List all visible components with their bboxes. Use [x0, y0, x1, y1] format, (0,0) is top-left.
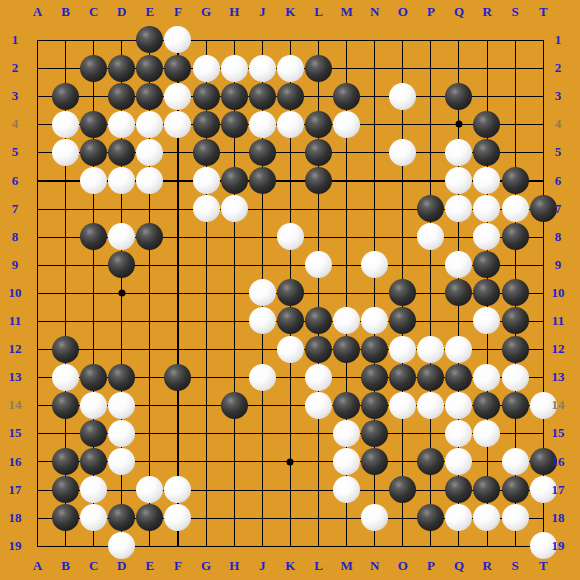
row-label-right-10: 10 [545, 285, 571, 301]
white-stone-D19 [108, 532, 135, 559]
row-label-left-14: 14 [2, 397, 28, 413]
black-stone-E18 [136, 504, 163, 531]
row-label-left-4: 4 [2, 116, 28, 132]
black-stone-M3 [333, 83, 360, 110]
col-label-top-L: L [306, 4, 332, 20]
white-stone-J10 [249, 279, 276, 306]
black-stone-P13 [417, 364, 444, 391]
black-stone-L4 [305, 111, 332, 138]
white-stone-D14 [108, 392, 135, 419]
row-label-right-19: 19 [545, 538, 571, 554]
col-label-bottom-L: L [306, 558, 332, 574]
col-label-top-G: G [193, 4, 219, 20]
col-label-bottom-K: K [277, 558, 303, 574]
white-stone-C6 [80, 167, 107, 194]
white-stone-D15 [108, 420, 135, 447]
row-label-right-9: 9 [545, 257, 571, 273]
white-stone-P8 [417, 223, 444, 250]
white-stone-D16 [108, 448, 135, 475]
black-stone-R14 [473, 392, 500, 419]
black-stone-G5 [193, 139, 220, 166]
black-stone-Q13 [445, 364, 472, 391]
white-stone-N11 [361, 307, 388, 334]
black-stone-R5 [473, 139, 500, 166]
black-stone-C2 [80, 55, 107, 82]
white-stone-P14 [417, 392, 444, 419]
white-stone-F3 [164, 83, 191, 110]
black-stone-N16 [361, 448, 388, 475]
white-stone-C18 [80, 504, 107, 531]
col-label-top-P: P [418, 4, 444, 20]
row-label-right-15: 15 [545, 425, 571, 441]
white-stone-M4 [333, 111, 360, 138]
black-stone-N13 [361, 364, 388, 391]
white-stone-B5 [52, 139, 79, 166]
black-stone-N15 [361, 420, 388, 447]
white-stone-H2 [221, 55, 248, 82]
col-label-bottom-T: T [530, 558, 556, 574]
black-stone-E3 [136, 83, 163, 110]
white-stone-R7 [473, 195, 500, 222]
black-stone-L11 [305, 307, 332, 334]
black-stone-H6 [221, 167, 248, 194]
row-label-left-5: 5 [2, 144, 28, 160]
white-stone-J2 [249, 55, 276, 82]
col-label-top-T: T [530, 4, 556, 20]
white-stone-Q9 [445, 251, 472, 278]
black-stone-L2 [305, 55, 332, 82]
white-stone-E6 [136, 167, 163, 194]
col-label-top-E: E [137, 4, 163, 20]
white-stone-O12 [389, 336, 416, 363]
white-stone-K12 [277, 336, 304, 363]
black-stone-N12 [361, 336, 388, 363]
white-stone-M16 [333, 448, 360, 475]
row-label-left-6: 6 [2, 173, 28, 189]
black-stone-D3 [108, 83, 135, 110]
row-label-left-15: 15 [2, 425, 28, 441]
row-label-right-14: 14 [545, 397, 571, 413]
black-stone-B3 [52, 83, 79, 110]
go-board[interactable] [23, 26, 557, 560]
row-label-left-13: 13 [2, 369, 28, 385]
col-label-bottom-D: D [109, 558, 135, 574]
row-label-left-8: 8 [2, 229, 28, 245]
row-label-right-8: 8 [545, 229, 571, 245]
col-label-bottom-E: E [137, 558, 163, 574]
col-label-bottom-G: G [193, 558, 219, 574]
col-label-bottom-R: R [474, 558, 500, 574]
row-label-left-12: 12 [2, 341, 28, 357]
black-stone-M14 [333, 392, 360, 419]
row-label-left-3: 3 [2, 88, 28, 104]
row-label-left-2: 2 [2, 60, 28, 76]
white-stone-O3 [389, 83, 416, 110]
black-stone-P18 [417, 504, 444, 531]
black-stone-D13 [108, 364, 135, 391]
white-stone-K2 [277, 55, 304, 82]
col-label-bottom-A: A [25, 558, 51, 574]
black-stone-J3 [249, 83, 276, 110]
black-stone-K3 [277, 83, 304, 110]
row-label-left-19: 19 [2, 538, 28, 554]
white-stone-C17 [80, 476, 107, 503]
black-stone-L5 [305, 139, 332, 166]
row-label-right-13: 13 [545, 369, 571, 385]
white-stone-R13 [473, 364, 500, 391]
row-label-right-7: 7 [545, 201, 571, 217]
white-stone-M17 [333, 476, 360, 503]
white-stone-G2 [193, 55, 220, 82]
black-stone-N14 [361, 392, 388, 419]
white-stone-H7 [221, 195, 248, 222]
white-stone-Q14 [445, 392, 472, 419]
white-stone-G7 [193, 195, 220, 222]
white-stone-E4 [136, 111, 163, 138]
black-stone-C16 [80, 448, 107, 475]
row-label-left-11: 11 [2, 313, 28, 329]
black-stone-C4 [80, 111, 107, 138]
col-label-top-R: R [474, 4, 500, 20]
black-stone-B16 [52, 448, 79, 475]
col-label-top-N: N [362, 4, 388, 20]
black-stone-R17 [473, 476, 500, 503]
black-stone-Q3 [445, 83, 472, 110]
black-stone-G3 [193, 83, 220, 110]
white-stone-Q12 [445, 336, 472, 363]
go-board-screen: AABBCCDDEEFFGGHHJJKKLLMMNNOOPPQQRRSSTT11… [0, 0, 580, 580]
black-stone-D18 [108, 504, 135, 531]
black-stone-R4 [473, 111, 500, 138]
row-label-left-16: 16 [2, 454, 28, 470]
col-label-bottom-F: F [165, 558, 191, 574]
white-stone-E17 [136, 476, 163, 503]
row-label-left-18: 18 [2, 510, 28, 526]
col-label-top-K: K [277, 4, 303, 20]
col-label-bottom-H: H [221, 558, 247, 574]
black-stone-D2 [108, 55, 135, 82]
black-stone-H4 [221, 111, 248, 138]
black-stone-Q17 [445, 476, 472, 503]
black-stone-S14 [502, 392, 529, 419]
white-stone-R15 [473, 420, 500, 447]
row-label-right-4: 4 [545, 116, 571, 132]
black-stone-C13 [80, 364, 107, 391]
col-label-top-S: S [502, 4, 528, 20]
black-stone-D9 [108, 251, 135, 278]
white-stone-F4 [164, 111, 191, 138]
white-stone-P12 [417, 336, 444, 363]
white-stone-B4 [52, 111, 79, 138]
black-stone-E2 [136, 55, 163, 82]
black-stone-O17 [389, 476, 416, 503]
black-stone-B14 [52, 392, 79, 419]
col-label-top-A: A [25, 4, 51, 20]
row-label-right-5: 5 [545, 144, 571, 160]
col-label-bottom-J: J [249, 558, 275, 574]
row-label-left-7: 7 [2, 201, 28, 217]
row-label-left-17: 17 [2, 482, 28, 498]
white-stone-Q7 [445, 195, 472, 222]
black-stone-Q10 [445, 279, 472, 306]
black-stone-S8 [502, 223, 529, 250]
black-stone-P7 [417, 195, 444, 222]
black-stone-K10 [277, 279, 304, 306]
black-stone-B12 [52, 336, 79, 363]
row-label-left-1: 1 [2, 32, 28, 48]
black-stone-H3 [221, 83, 248, 110]
white-stone-O14 [389, 392, 416, 419]
black-stone-P16 [417, 448, 444, 475]
col-label-bottom-N: N [362, 558, 388, 574]
black-stone-O11 [389, 307, 416, 334]
row-label-right-16: 16 [545, 454, 571, 470]
row-label-right-11: 11 [545, 313, 571, 329]
col-label-top-M: M [334, 4, 360, 20]
black-stone-C8 [80, 223, 107, 250]
white-stone-S16 [502, 448, 529, 475]
black-stone-M12 [333, 336, 360, 363]
black-stone-L6 [305, 167, 332, 194]
col-label-top-H: H [221, 4, 247, 20]
white-stone-R11 [473, 307, 500, 334]
white-stone-D6 [108, 167, 135, 194]
white-stone-L13 [305, 364, 332, 391]
white-stone-F18 [164, 504, 191, 531]
white-stone-D8 [108, 223, 135, 250]
white-stone-F17 [164, 476, 191, 503]
white-stone-N9 [361, 251, 388, 278]
white-stone-Q16 [445, 448, 472, 475]
white-stone-M11 [333, 307, 360, 334]
col-label-bottom-B: B [53, 558, 79, 574]
row-label-right-1: 1 [545, 32, 571, 48]
col-label-top-Q: Q [446, 4, 472, 20]
col-label-top-O: O [390, 4, 416, 20]
black-stone-R9 [473, 251, 500, 278]
black-stone-F13 [164, 364, 191, 391]
white-stone-D4 [108, 111, 135, 138]
white-stone-Q5 [445, 139, 472, 166]
black-stone-J6 [249, 167, 276, 194]
white-stone-L14 [305, 392, 332, 419]
black-stone-O13 [389, 364, 416, 391]
col-label-bottom-Q: Q [446, 558, 472, 574]
white-stone-R8 [473, 223, 500, 250]
black-stone-C15 [80, 420, 107, 447]
white-stone-K8 [277, 223, 304, 250]
white-stone-S7 [502, 195, 529, 222]
black-stone-D5 [108, 139, 135, 166]
white-stone-S13 [502, 364, 529, 391]
col-label-top-D: D [109, 4, 135, 20]
white-stone-R6 [473, 167, 500, 194]
black-stone-B18 [52, 504, 79, 531]
col-label-top-B: B [53, 4, 79, 20]
row-label-right-2: 2 [545, 60, 571, 76]
row-label-right-3: 3 [545, 88, 571, 104]
black-stone-H14 [221, 392, 248, 419]
white-stone-J11 [249, 307, 276, 334]
col-label-bottom-M: M [334, 558, 360, 574]
row-label-right-17: 17 [545, 482, 571, 498]
white-stone-O5 [389, 139, 416, 166]
black-stone-R10 [473, 279, 500, 306]
row-label-right-6: 6 [545, 173, 571, 189]
white-stone-L9 [305, 251, 332, 278]
col-label-top-C: C [81, 4, 107, 20]
black-stone-C5 [80, 139, 107, 166]
black-stone-S11 [502, 307, 529, 334]
white-stone-E5 [136, 139, 163, 166]
white-stone-Q6 [445, 167, 472, 194]
row-label-right-12: 12 [545, 341, 571, 357]
white-stone-G6 [193, 167, 220, 194]
col-label-top-J: J [249, 4, 275, 20]
black-stone-E1 [136, 26, 163, 53]
col-label-bottom-O: O [390, 558, 416, 574]
black-stone-G4 [193, 111, 220, 138]
white-stone-Q15 [445, 420, 472, 447]
row-label-right-18: 18 [545, 510, 571, 526]
white-stone-F1 [164, 26, 191, 53]
black-stone-L12 [305, 336, 332, 363]
black-stone-B17 [52, 476, 79, 503]
white-stone-Q18 [445, 504, 472, 531]
black-stone-F2 [164, 55, 191, 82]
white-stone-C14 [80, 392, 107, 419]
black-stone-S12 [502, 336, 529, 363]
white-stone-R18 [473, 504, 500, 531]
black-stone-E8 [136, 223, 163, 250]
white-stone-K4 [277, 111, 304, 138]
row-label-left-10: 10 [2, 285, 28, 301]
white-stone-J13 [249, 364, 276, 391]
white-stone-S18 [502, 504, 529, 531]
white-stone-M15 [333, 420, 360, 447]
black-stone-S6 [502, 167, 529, 194]
row-label-left-9: 9 [2, 257, 28, 273]
black-stone-O10 [389, 279, 416, 306]
black-stone-J5 [249, 139, 276, 166]
col-label-bottom-S: S [502, 558, 528, 574]
white-stone-N18 [361, 504, 388, 531]
black-stone-S17 [502, 476, 529, 503]
white-stone-B13 [52, 364, 79, 391]
black-stone-S10 [502, 279, 529, 306]
col-label-top-F: F [165, 4, 191, 20]
white-stone-J4 [249, 111, 276, 138]
col-label-bottom-P: P [418, 558, 444, 574]
col-label-bottom-C: C [81, 558, 107, 574]
black-stone-K11 [277, 307, 304, 334]
